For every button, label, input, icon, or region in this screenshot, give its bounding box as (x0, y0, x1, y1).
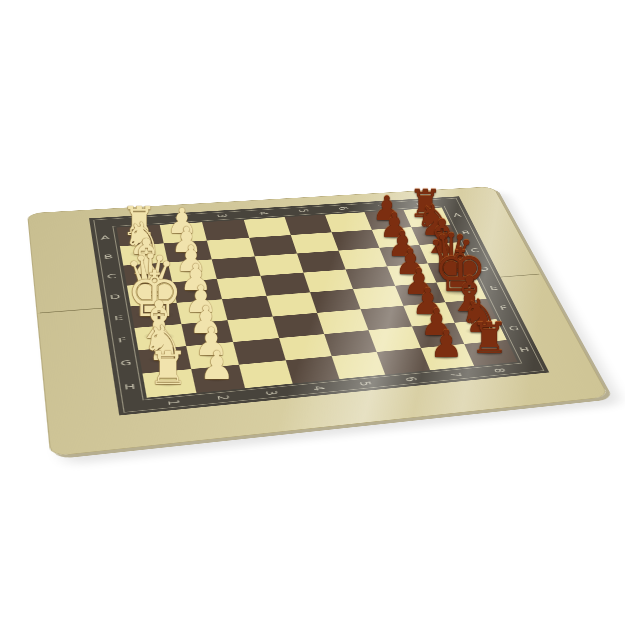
file-label-left-f: F (113, 335, 132, 345)
file-label-left-b: B (100, 253, 117, 261)
product-photo-scene: AABBCCDDEEFFGGHH1122334455667788 ♜♞♝♛♚♝♞… (0, 0, 625, 625)
rank-label-bottom-4: 4 (308, 383, 328, 393)
rank-label-bottom-3: 3 (261, 388, 281, 398)
piece-black-pawn-h7[interactable]: ♟ (427, 326, 464, 363)
file-label-right-h: H (515, 345, 534, 354)
piece-black-rook-h8[interactable]: ♜ (468, 318, 510, 360)
rank-label-bottom-1: 1 (163, 397, 183, 408)
piece-white-rook-h1[interactable]: ♜ (145, 346, 190, 391)
fold-seam-left (40, 307, 105, 313)
fold-seam-right (498, 274, 539, 278)
square-h3[interactable] (239, 360, 293, 388)
square-h5[interactable] (332, 352, 386, 379)
rank-label-bottom-5: 5 (355, 379, 375, 389)
square-h4[interactable] (286, 356, 340, 383)
board-mat: AABBCCDDEEFFGGHH1122334455667788 (27, 186, 609, 456)
rank-label-top-6: 6 (334, 205, 351, 212)
rank-label-top-5: 5 (295, 207, 312, 214)
rank-label-bottom-7: 7 (445, 370, 465, 380)
rank-label-bottom-6: 6 (401, 374, 421, 384)
file-label-left-a: A (97, 234, 114, 242)
rank-label-bottom-2: 2 (213, 392, 233, 403)
file-label-left-c: C (103, 272, 121, 280)
rank-label-top-4: 4 (254, 210, 271, 217)
piece-white-pawn-h2[interactable]: ♟ (197, 346, 236, 385)
file-label-left-h: H (120, 382, 140, 393)
rank-label-bottom-8: 8 (489, 366, 509, 376)
rank-label-top-3: 3 (213, 212, 230, 219)
file-label-left-g: G (116, 358, 135, 368)
